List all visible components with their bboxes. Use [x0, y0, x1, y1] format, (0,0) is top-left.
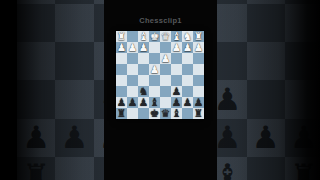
- square-d5[interactable]: [160, 75, 171, 86]
- piece-white-knight[interactable]: ♞: [183, 31, 192, 42]
- square-g8[interactable]: [127, 108, 138, 119]
- square-a4[interactable]: [193, 64, 204, 75]
- square-f8[interactable]: [138, 108, 149, 119]
- piece-white-rook[interactable]: ♜: [117, 31, 126, 42]
- square-g2[interactable]: ♟: [127, 42, 138, 53]
- square-b3[interactable]: [182, 53, 193, 64]
- square-f2[interactable]: ♟: [138, 42, 149, 53]
- square-e8[interactable]: ♚: [149, 108, 160, 119]
- square-g7[interactable]: ♟: [127, 97, 138, 108]
- square-b2[interactable]: ♟: [182, 42, 193, 53]
- square-a3[interactable]: [193, 53, 204, 64]
- square-b7[interactable]: ♟: [182, 97, 193, 108]
- square-e4[interactable]: ♟: [149, 64, 160, 75]
- piece-black-king[interactable]: ♚: [150, 108, 159, 119]
- piece-black-pawn[interactable]: ♟: [183, 97, 192, 108]
- square-g4[interactable]: [127, 64, 138, 75]
- piece-white-pawn[interactable]: ♟: [183, 42, 192, 53]
- square-d4[interactable]: [160, 64, 171, 75]
- square-g5[interactable]: [127, 75, 138, 86]
- square-d1[interactable]: ♛: [160, 31, 171, 42]
- square-f4[interactable]: [138, 64, 149, 75]
- piece-white-pawn[interactable]: ♟: [172, 42, 181, 53]
- square-c3[interactable]: [171, 53, 182, 64]
- piece-white-queen[interactable]: ♛: [161, 31, 170, 42]
- piece-white-bishop[interactable]: ♝: [172, 31, 181, 42]
- piece-white-king[interactable]: ♚: [150, 31, 159, 42]
- piece-black-rook[interactable]: ♜: [194, 108, 203, 119]
- chess-board[interactable]: ♜♝♚♛♝♞♜♟♟♟♟♟♟♟♟♞♟♟♟♟♝♟♟♟♜♚♛♝♜: [116, 31, 204, 119]
- square-f3[interactable]: [138, 53, 149, 64]
- piece-black-rook[interactable]: ♜: [117, 108, 126, 119]
- square-e2[interactable]: [149, 42, 160, 53]
- video-frame: ♜♝♚♛♝♞♜♟♟♟♟♟♟♟♟♞♟♟♟♟♝♟♟♟♜♚♛♝♜ Chessclip1…: [0, 0, 320, 180]
- video-strip: Chessclip1 ♜♝♚♛♝♞♜♟♟♟♟♟♟♟♟♞♟♟♟♟♝♟♟♟♜♚♛♝♜: [104, 0, 217, 180]
- square-h5[interactable]: [116, 75, 127, 86]
- piece-white-pawn[interactable]: ♟: [128, 42, 137, 53]
- piece-black-pawn[interactable]: ♟: [128, 97, 137, 108]
- piece-white-pawn[interactable]: ♟: [139, 42, 148, 53]
- square-h4[interactable]: [116, 64, 127, 75]
- square-a5[interactable]: [193, 75, 204, 86]
- square-e1[interactable]: ♚: [149, 31, 160, 42]
- square-b4[interactable]: [182, 64, 193, 75]
- square-d8[interactable]: ♛: [160, 108, 171, 119]
- piece-white-bishop[interactable]: ♝: [139, 31, 148, 42]
- piece-white-pawn[interactable]: ♟: [161, 53, 170, 64]
- piece-black-pawn[interactable]: ♟: [139, 97, 148, 108]
- video-title: Chessclip1: [104, 16, 217, 25]
- square-b5[interactable]: [182, 75, 193, 86]
- square-d6[interactable]: [160, 86, 171, 97]
- piece-white-pawn[interactable]: ♟: [194, 42, 203, 53]
- square-g3[interactable]: [127, 53, 138, 64]
- square-a8[interactable]: ♜: [193, 108, 204, 119]
- square-b8[interactable]: [182, 108, 193, 119]
- piece-white-rook[interactable]: ♜: [194, 31, 203, 42]
- piece-white-pawn[interactable]: ♟: [117, 42, 126, 53]
- piece-black-bishop[interactable]: ♝: [172, 108, 181, 119]
- square-h3[interactable]: [116, 53, 127, 64]
- piece-white-pawn[interactable]: ♟: [150, 64, 159, 75]
- square-e5[interactable]: [149, 75, 160, 86]
- piece-black-queen[interactable]: ♛: [161, 108, 170, 119]
- square-c8[interactable]: ♝: [171, 108, 182, 119]
- square-f7[interactable]: ♟: [138, 97, 149, 108]
- square-d3[interactable]: ♟: [160, 53, 171, 64]
- square-a2[interactable]: ♟: [193, 42, 204, 53]
- square-h8[interactable]: ♜: [116, 108, 127, 119]
- square-c2[interactable]: ♟: [171, 42, 182, 53]
- square-c4[interactable]: [171, 64, 182, 75]
- square-h2[interactable]: ♟: [116, 42, 127, 53]
